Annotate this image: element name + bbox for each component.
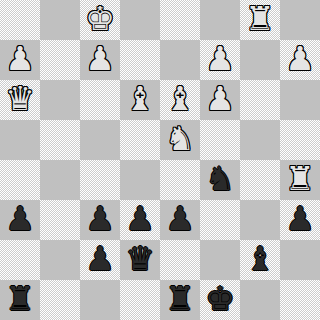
square-a6[interactable]: ♛ <box>0 80 40 120</box>
white-bishop-d6[interactable]: ♝ <box>125 79 155 119</box>
square-h5[interactable] <box>280 120 320 160</box>
square-g8[interactable]: ♜ <box>240 0 280 40</box>
square-g7[interactable] <box>240 40 280 80</box>
square-d5[interactable] <box>120 120 160 160</box>
square-h4[interactable]: ♜ <box>280 160 320 200</box>
square-c6[interactable] <box>80 80 120 120</box>
square-h3[interactable]: ♟ <box>280 200 320 240</box>
square-c1[interactable] <box>80 280 120 320</box>
square-e1[interactable]: ♜ <box>160 280 200 320</box>
square-d3[interactable]: ♟ <box>120 200 160 240</box>
square-g3[interactable] <box>240 200 280 240</box>
square-e4[interactable] <box>160 160 200 200</box>
white-pawn-f6[interactable]: ♟ <box>205 79 235 119</box>
white-rook-h4[interactable]: ♜ <box>285 159 315 199</box>
square-g5[interactable] <box>240 120 280 160</box>
square-e5[interactable]: ♞ <box>160 120 200 160</box>
square-f8[interactable] <box>200 0 240 40</box>
square-d2[interactable]: ♛ <box>120 240 160 280</box>
black-pawn-h3[interactable]: ♟ <box>285 199 315 239</box>
square-c4[interactable] <box>80 160 120 200</box>
square-g2[interactable]: ♝ <box>240 240 280 280</box>
black-knight-f4[interactable]: ♞ <box>205 159 235 199</box>
square-b3[interactable] <box>40 200 80 240</box>
square-f4[interactable]: ♞ <box>200 160 240 200</box>
square-c5[interactable] <box>80 120 120 160</box>
square-b7[interactable] <box>40 40 80 80</box>
white-king-c8[interactable]: ♚ <box>85 0 115 39</box>
square-e7[interactable] <box>160 40 200 80</box>
white-bishop-e6[interactable]: ♝ <box>165 79 195 119</box>
square-c7[interactable]: ♟ <box>80 40 120 80</box>
square-b1[interactable] <box>40 280 80 320</box>
square-f3[interactable] <box>200 200 240 240</box>
black-bishop-g2[interactable]: ♝ <box>245 239 275 279</box>
square-g4[interactable] <box>240 160 280 200</box>
white-pawn-c7[interactable]: ♟ <box>85 39 115 79</box>
square-h1[interactable] <box>280 280 320 320</box>
square-h8[interactable] <box>280 0 320 40</box>
square-h7[interactable]: ♟ <box>280 40 320 80</box>
black-king-f1[interactable]: ♚ <box>205 279 235 319</box>
white-pawn-h7[interactable]: ♟ <box>285 39 315 79</box>
square-b2[interactable] <box>40 240 80 280</box>
white-pawn-a7[interactable]: ♟ <box>5 39 35 79</box>
square-f5[interactable] <box>200 120 240 160</box>
square-e8[interactable] <box>160 0 200 40</box>
square-a7[interactable]: ♟ <box>0 40 40 80</box>
white-pawn-f7[interactable]: ♟ <box>205 39 235 79</box>
square-a1[interactable]: ♜ <box>0 280 40 320</box>
square-b4[interactable] <box>40 160 80 200</box>
black-pawn-d3[interactable]: ♟ <box>125 199 155 239</box>
square-e3[interactable]: ♟ <box>160 200 200 240</box>
square-e6[interactable]: ♝ <box>160 80 200 120</box>
square-f6[interactable]: ♟ <box>200 80 240 120</box>
square-d1[interactable] <box>120 280 160 320</box>
square-f7[interactable]: ♟ <box>200 40 240 80</box>
square-a8[interactable] <box>0 0 40 40</box>
square-d6[interactable]: ♝ <box>120 80 160 120</box>
square-b5[interactable] <box>40 120 80 160</box>
square-d8[interactable] <box>120 0 160 40</box>
white-rook-g8[interactable]: ♜ <box>245 0 275 39</box>
square-a4[interactable] <box>0 160 40 200</box>
square-h2[interactable] <box>280 240 320 280</box>
square-a2[interactable] <box>0 240 40 280</box>
square-b8[interactable] <box>40 0 80 40</box>
square-d7[interactable] <box>120 40 160 80</box>
black-pawn-c3[interactable]: ♟ <box>85 199 115 239</box>
black-pawn-e3[interactable]: ♟ <box>165 199 195 239</box>
square-e2[interactable] <box>160 240 200 280</box>
white-knight-e5[interactable]: ♞ <box>165 119 195 159</box>
black-rook-a1[interactable]: ♜ <box>5 279 35 319</box>
square-c2[interactable]: ♟ <box>80 240 120 280</box>
square-g6[interactable] <box>240 80 280 120</box>
square-f1[interactable]: ♚ <box>200 280 240 320</box>
square-c8[interactable]: ♚ <box>80 0 120 40</box>
white-queen-a6[interactable]: ♛ <box>5 79 35 119</box>
black-pawn-c2[interactable]: ♟ <box>85 239 115 279</box>
black-queen-d2[interactable]: ♛ <box>125 239 155 279</box>
square-c3[interactable]: ♟ <box>80 200 120 240</box>
black-pawn-a3[interactable]: ♟ <box>5 199 35 239</box>
square-f2[interactable] <box>200 240 240 280</box>
square-a5[interactable] <box>0 120 40 160</box>
square-g1[interactable] <box>240 280 280 320</box>
black-rook-e1[interactable]: ♜ <box>165 279 195 319</box>
square-a3[interactable]: ♟ <box>0 200 40 240</box>
square-h6[interactable] <box>280 80 320 120</box>
square-b6[interactable] <box>40 80 80 120</box>
square-d4[interactable] <box>120 160 160 200</box>
chess-board: ♚♜♟♟♟♟♛♝♝♟♞♞♜♟♟♟♟♟♟♛♝♜♜♚ <box>0 0 320 320</box>
